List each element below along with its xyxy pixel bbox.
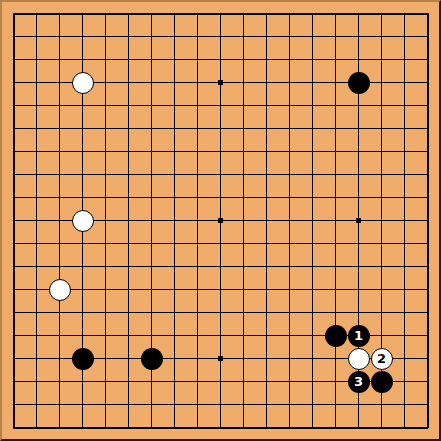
intersection[interactable] <box>370 94 393 117</box>
intersection[interactable] <box>2 324 25 347</box>
intersection[interactable] <box>2 370 25 393</box>
intersection[interactable] <box>347 117 370 140</box>
intersection[interactable] <box>140 370 163 393</box>
intersection[interactable] <box>416 278 439 301</box>
intersection[interactable] <box>117 370 140 393</box>
intersection[interactable] <box>209 48 232 71</box>
intersection[interactable] <box>324 94 347 117</box>
intersection[interactable] <box>301 25 324 48</box>
intersection[interactable] <box>71 209 94 232</box>
intersection[interactable] <box>278 278 301 301</box>
intersection[interactable] <box>278 2 301 25</box>
intersection[interactable] <box>48 117 71 140</box>
intersection[interactable] <box>94 255 117 278</box>
intersection[interactable] <box>255 94 278 117</box>
intersection[interactable] <box>186 2 209 25</box>
intersection[interactable] <box>301 140 324 163</box>
intersection[interactable] <box>117 232 140 255</box>
intersection[interactable] <box>232 94 255 117</box>
intersection[interactable] <box>370 301 393 324</box>
intersection[interactable] <box>301 324 324 347</box>
intersection[interactable] <box>416 25 439 48</box>
intersection[interactable] <box>186 117 209 140</box>
intersection[interactable] <box>370 48 393 71</box>
intersection[interactable] <box>416 347 439 370</box>
intersection[interactable] <box>117 48 140 71</box>
intersection[interactable] <box>2 48 25 71</box>
intersection[interactable] <box>117 324 140 347</box>
intersection[interactable] <box>140 186 163 209</box>
intersection[interactable] <box>347 301 370 324</box>
intersection[interactable] <box>209 301 232 324</box>
intersection[interactable] <box>393 209 416 232</box>
intersection[interactable] <box>94 370 117 393</box>
intersection[interactable] <box>71 140 94 163</box>
intersection[interactable] <box>278 347 301 370</box>
intersection[interactable] <box>186 278 209 301</box>
intersection[interactable] <box>301 370 324 393</box>
intersection[interactable] <box>416 393 439 416</box>
intersection[interactable] <box>48 48 71 71</box>
intersection[interactable] <box>186 163 209 186</box>
intersection[interactable] <box>278 255 301 278</box>
intersection[interactable] <box>393 370 416 393</box>
intersection[interactable] <box>163 393 186 416</box>
intersection[interactable] <box>140 163 163 186</box>
intersection[interactable] <box>416 94 439 117</box>
intersection[interactable] <box>324 2 347 25</box>
intersection[interactable] <box>25 278 48 301</box>
intersection[interactable] <box>255 209 278 232</box>
intersection[interactable] <box>140 94 163 117</box>
intersection[interactable] <box>140 48 163 71</box>
intersection[interactable] <box>255 117 278 140</box>
intersection[interactable] <box>163 209 186 232</box>
intersection[interactable] <box>117 347 140 370</box>
intersection[interactable] <box>2 278 25 301</box>
intersection[interactable] <box>209 94 232 117</box>
intersection[interactable] <box>186 140 209 163</box>
intersection[interactable] <box>370 25 393 48</box>
intersection[interactable] <box>94 71 117 94</box>
intersection[interactable] <box>94 416 117 439</box>
intersection[interactable] <box>71 347 94 370</box>
intersection[interactable] <box>163 347 186 370</box>
intersection[interactable] <box>94 209 117 232</box>
intersection[interactable] <box>278 140 301 163</box>
intersection[interactable] <box>278 186 301 209</box>
intersection[interactable] <box>71 94 94 117</box>
intersection[interactable] <box>255 370 278 393</box>
intersection[interactable] <box>324 347 347 370</box>
intersection[interactable] <box>370 209 393 232</box>
intersection[interactable] <box>278 163 301 186</box>
intersection[interactable] <box>324 48 347 71</box>
intersection[interactable] <box>393 278 416 301</box>
intersection[interactable] <box>278 370 301 393</box>
intersection[interactable] <box>48 393 71 416</box>
intersection[interactable] <box>94 324 117 347</box>
intersection[interactable] <box>140 117 163 140</box>
intersection[interactable] <box>48 209 71 232</box>
intersection[interactable] <box>71 393 94 416</box>
intersection[interactable] <box>232 48 255 71</box>
intersection[interactable] <box>416 2 439 25</box>
intersection[interactable] <box>71 117 94 140</box>
intersection[interactable] <box>393 2 416 25</box>
intersection[interactable] <box>347 209 370 232</box>
intersection[interactable]: 2 <box>370 347 393 370</box>
intersection[interactable] <box>324 209 347 232</box>
intersection[interactable] <box>232 347 255 370</box>
intersection[interactable] <box>94 140 117 163</box>
intersection[interactable] <box>232 393 255 416</box>
intersection[interactable] <box>94 117 117 140</box>
intersection[interactable] <box>209 140 232 163</box>
intersection[interactable] <box>163 94 186 117</box>
intersection[interactable] <box>163 278 186 301</box>
intersection[interactable] <box>48 186 71 209</box>
intersection[interactable] <box>25 25 48 48</box>
intersection[interactable] <box>163 370 186 393</box>
intersection[interactable] <box>301 209 324 232</box>
intersection[interactable] <box>94 278 117 301</box>
intersection[interactable] <box>163 2 186 25</box>
intersection[interactable] <box>25 301 48 324</box>
intersection[interactable] <box>301 94 324 117</box>
intersection[interactable] <box>324 301 347 324</box>
intersection[interactable] <box>117 117 140 140</box>
intersection[interactable] <box>2 140 25 163</box>
intersection[interactable] <box>71 278 94 301</box>
intersection[interactable] <box>255 48 278 71</box>
intersection[interactable] <box>2 71 25 94</box>
intersection[interactable] <box>163 255 186 278</box>
intersection[interactable] <box>278 48 301 71</box>
intersection[interactable] <box>416 186 439 209</box>
intersection[interactable] <box>324 255 347 278</box>
intersection[interactable] <box>255 278 278 301</box>
intersection[interactable] <box>393 393 416 416</box>
intersection[interactable] <box>2 163 25 186</box>
intersection[interactable] <box>140 140 163 163</box>
intersection[interactable] <box>94 232 117 255</box>
intersection[interactable] <box>232 2 255 25</box>
intersection[interactable] <box>163 416 186 439</box>
intersection[interactable] <box>186 393 209 416</box>
intersection[interactable] <box>416 416 439 439</box>
intersection[interactable] <box>393 232 416 255</box>
intersection[interactable] <box>48 232 71 255</box>
intersection[interactable] <box>301 186 324 209</box>
intersection[interactable]: 3 <box>347 370 370 393</box>
intersection[interactable] <box>25 232 48 255</box>
intersection[interactable] <box>209 209 232 232</box>
intersection[interactable] <box>209 255 232 278</box>
intersection[interactable] <box>48 255 71 278</box>
intersection[interactable] <box>301 117 324 140</box>
intersection[interactable] <box>393 186 416 209</box>
intersection[interactable] <box>186 324 209 347</box>
intersection[interactable] <box>347 25 370 48</box>
intersection[interactable] <box>163 71 186 94</box>
intersection[interactable] <box>301 301 324 324</box>
intersection[interactable] <box>117 209 140 232</box>
intersection[interactable] <box>393 324 416 347</box>
intersection[interactable] <box>370 163 393 186</box>
intersection[interactable] <box>71 25 94 48</box>
intersection[interactable] <box>278 209 301 232</box>
intersection[interactable] <box>209 324 232 347</box>
intersection[interactable] <box>186 255 209 278</box>
intersection[interactable] <box>140 393 163 416</box>
intersection[interactable] <box>25 2 48 25</box>
intersection[interactable] <box>278 393 301 416</box>
intersection[interactable] <box>232 278 255 301</box>
intersection[interactable] <box>416 48 439 71</box>
intersection[interactable] <box>393 301 416 324</box>
intersection[interactable] <box>324 393 347 416</box>
intersection[interactable] <box>71 370 94 393</box>
intersection[interactable] <box>209 370 232 393</box>
intersection[interactable] <box>416 209 439 232</box>
intersection[interactable] <box>393 117 416 140</box>
intersection[interactable] <box>163 48 186 71</box>
intersection[interactable] <box>117 301 140 324</box>
intersection[interactable] <box>117 393 140 416</box>
intersection[interactable] <box>255 301 278 324</box>
intersection[interactable] <box>393 25 416 48</box>
intersection[interactable] <box>25 370 48 393</box>
intersection[interactable] <box>25 186 48 209</box>
intersection[interactable] <box>370 117 393 140</box>
intersection[interactable] <box>140 278 163 301</box>
intersection[interactable] <box>370 71 393 94</box>
intersection[interactable] <box>301 163 324 186</box>
intersection[interactable] <box>117 2 140 25</box>
intersection[interactable] <box>301 416 324 439</box>
intersection[interactable] <box>347 278 370 301</box>
intersection[interactable] <box>186 48 209 71</box>
intersection[interactable] <box>2 393 25 416</box>
intersection[interactable] <box>48 370 71 393</box>
intersection[interactable] <box>186 71 209 94</box>
intersection[interactable] <box>278 416 301 439</box>
intersection[interactable] <box>48 324 71 347</box>
intersection[interactable] <box>255 255 278 278</box>
intersection[interactable] <box>186 209 209 232</box>
intersection[interactable] <box>232 324 255 347</box>
intersection[interactable] <box>232 25 255 48</box>
intersection[interactable] <box>117 416 140 439</box>
intersection[interactable] <box>370 232 393 255</box>
intersection[interactable] <box>25 71 48 94</box>
intersection[interactable] <box>25 94 48 117</box>
intersection[interactable] <box>416 71 439 94</box>
intersection[interactable] <box>94 163 117 186</box>
intersection[interactable] <box>186 416 209 439</box>
intersection[interactable] <box>71 255 94 278</box>
intersection[interactable] <box>324 140 347 163</box>
intersection[interactable] <box>48 301 71 324</box>
intersection[interactable] <box>71 48 94 71</box>
intersection[interactable] <box>48 140 71 163</box>
intersection[interactable] <box>232 416 255 439</box>
intersection[interactable] <box>393 347 416 370</box>
intersection[interactable] <box>370 186 393 209</box>
intersection[interactable] <box>255 416 278 439</box>
intersection[interactable] <box>347 163 370 186</box>
intersection[interactable] <box>2 209 25 232</box>
intersection[interactable] <box>370 416 393 439</box>
intersection[interactable] <box>347 140 370 163</box>
intersection[interactable] <box>186 186 209 209</box>
intersection[interactable] <box>347 347 370 370</box>
intersection[interactable] <box>232 370 255 393</box>
intersection[interactable] <box>370 140 393 163</box>
intersection[interactable] <box>301 232 324 255</box>
intersection[interactable] <box>2 2 25 25</box>
intersection[interactable] <box>370 393 393 416</box>
intersection[interactable] <box>163 117 186 140</box>
intersection[interactable] <box>48 2 71 25</box>
intersection[interactable] <box>324 416 347 439</box>
intersection[interactable] <box>25 140 48 163</box>
intersection[interactable] <box>25 324 48 347</box>
intersection[interactable] <box>48 94 71 117</box>
intersection[interactable] <box>25 416 48 439</box>
intersection[interactable] <box>209 232 232 255</box>
intersection[interactable] <box>2 94 25 117</box>
intersection[interactable] <box>209 25 232 48</box>
intersection[interactable] <box>117 94 140 117</box>
intersection[interactable] <box>347 232 370 255</box>
intersection[interactable] <box>140 301 163 324</box>
intersection[interactable] <box>94 347 117 370</box>
intersection[interactable] <box>255 71 278 94</box>
intersection[interactable] <box>232 186 255 209</box>
intersection[interactable] <box>71 301 94 324</box>
intersection[interactable] <box>209 347 232 370</box>
intersection[interactable] <box>255 140 278 163</box>
intersection[interactable] <box>416 301 439 324</box>
intersection[interactable] <box>25 255 48 278</box>
intersection[interactable] <box>2 25 25 48</box>
intersection[interactable] <box>416 255 439 278</box>
intersection[interactable] <box>117 25 140 48</box>
intersection[interactable] <box>255 186 278 209</box>
intersection[interactable] <box>347 94 370 117</box>
intersection[interactable] <box>278 117 301 140</box>
intersection[interactable] <box>48 347 71 370</box>
intersection[interactable] <box>301 393 324 416</box>
intersection[interactable] <box>301 255 324 278</box>
intersection[interactable] <box>278 25 301 48</box>
intersection[interactable] <box>25 347 48 370</box>
intersection[interactable] <box>186 301 209 324</box>
intersection[interactable] <box>278 94 301 117</box>
intersection[interactable] <box>232 255 255 278</box>
intersection[interactable] <box>186 25 209 48</box>
intersection[interactable] <box>347 48 370 71</box>
intersection[interactable] <box>370 278 393 301</box>
intersection[interactable] <box>94 48 117 71</box>
intersection[interactable] <box>255 393 278 416</box>
intersection[interactable] <box>324 370 347 393</box>
intersection[interactable] <box>301 2 324 25</box>
intersection[interactable] <box>370 324 393 347</box>
intersection[interactable] <box>347 393 370 416</box>
intersection[interactable] <box>186 94 209 117</box>
intersection[interactable] <box>416 370 439 393</box>
intersection[interactable] <box>71 186 94 209</box>
intersection[interactable] <box>94 393 117 416</box>
intersection[interactable] <box>324 232 347 255</box>
intersection[interactable] <box>163 186 186 209</box>
intersection[interactable] <box>324 163 347 186</box>
intersection[interactable] <box>71 416 94 439</box>
intersection[interactable] <box>324 25 347 48</box>
intersection[interactable] <box>163 324 186 347</box>
intersection[interactable] <box>140 71 163 94</box>
intersection[interactable] <box>347 2 370 25</box>
intersection[interactable] <box>2 232 25 255</box>
intersection[interactable] <box>347 416 370 439</box>
intersection[interactable] <box>163 25 186 48</box>
intersection[interactable] <box>71 71 94 94</box>
intersection[interactable] <box>209 163 232 186</box>
intersection[interactable] <box>163 301 186 324</box>
intersection[interactable] <box>232 301 255 324</box>
intersection[interactable] <box>117 186 140 209</box>
intersection[interactable] <box>117 71 140 94</box>
intersection[interactable] <box>393 163 416 186</box>
intersection[interactable] <box>71 2 94 25</box>
intersection[interactable] <box>347 255 370 278</box>
intersection[interactable] <box>209 117 232 140</box>
intersection[interactable] <box>416 163 439 186</box>
intersection[interactable] <box>209 416 232 439</box>
intersection[interactable] <box>117 140 140 163</box>
intersection[interactable] <box>117 255 140 278</box>
intersection[interactable] <box>163 163 186 186</box>
intersection[interactable] <box>94 25 117 48</box>
intersection[interactable] <box>186 347 209 370</box>
intersection[interactable] <box>393 94 416 117</box>
intersection[interactable] <box>25 48 48 71</box>
intersection[interactable] <box>255 324 278 347</box>
intersection[interactable] <box>416 232 439 255</box>
intersection[interactable] <box>48 71 71 94</box>
intersection[interactable] <box>278 71 301 94</box>
intersection[interactable] <box>209 186 232 209</box>
intersection[interactable] <box>94 94 117 117</box>
intersection[interactable] <box>25 117 48 140</box>
intersection[interactable] <box>255 25 278 48</box>
intersection[interactable] <box>163 140 186 163</box>
intersection[interactable] <box>301 48 324 71</box>
intersection[interactable] <box>2 301 25 324</box>
intersection[interactable] <box>140 232 163 255</box>
intersection[interactable] <box>71 324 94 347</box>
intersection[interactable] <box>416 117 439 140</box>
intersection[interactable] <box>278 324 301 347</box>
intersection[interactable] <box>370 2 393 25</box>
intersection[interactable] <box>209 278 232 301</box>
intersection[interactable] <box>416 140 439 163</box>
intersection[interactable] <box>393 48 416 71</box>
intersection[interactable] <box>140 25 163 48</box>
